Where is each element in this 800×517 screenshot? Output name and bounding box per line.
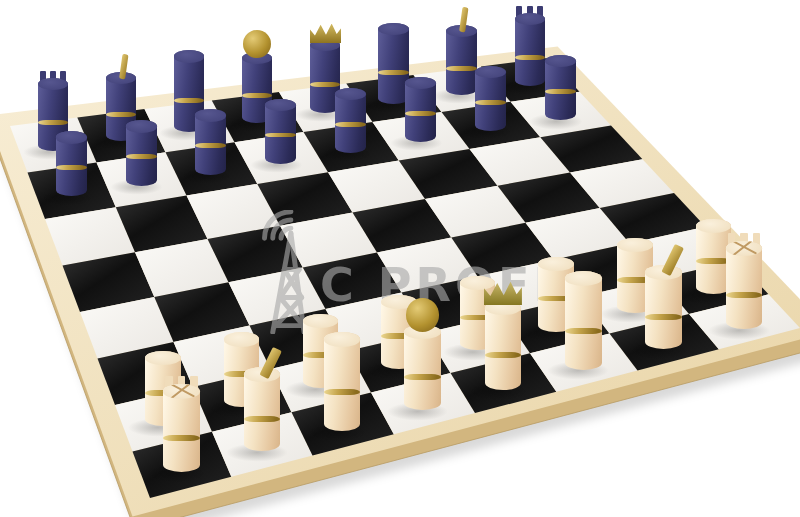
brass-ring	[106, 112, 136, 117]
piece-top	[565, 271, 602, 286]
brass-ring	[475, 100, 506, 105]
piece-navy-pawn-d7	[265, 99, 296, 164]
piece-navy-pawn-f7	[405, 77, 436, 142]
brass-ring	[244, 416, 281, 422]
brass-ring	[242, 93, 272, 98]
brass-ring	[126, 154, 157, 159]
brass-ring	[565, 328, 602, 334]
brass-ring	[310, 82, 340, 87]
piece-navy-pawn-a7	[56, 131, 87, 196]
piece-wood-queen-d1	[404, 325, 441, 411]
piece-navy-pawn-g7	[475, 66, 506, 131]
brass-ring	[405, 111, 436, 116]
brass-ring	[545, 89, 576, 94]
brass-ring	[56, 165, 87, 170]
pieces-layer	[0, 0, 800, 517]
piece-navy-pawn-b7	[126, 120, 157, 185]
piece-wood-knight-b1	[244, 367, 281, 451]
piece-top	[195, 109, 226, 121]
piece-wood-king-e1	[485, 301, 522, 390]
brass-ring	[485, 352, 522, 358]
piece-navy-pawn-h7	[545, 55, 576, 120]
piece-top	[126, 120, 157, 132]
brass-ring	[174, 98, 204, 103]
brass-ring	[265, 133, 296, 138]
piece-top	[335, 88, 366, 100]
piece-top	[405, 77, 436, 89]
brass-ring	[163, 435, 200, 441]
piece-wood-knight-g1	[645, 265, 682, 349]
piece-top	[174, 50, 204, 62]
piece-top	[265, 99, 296, 111]
piece-top	[38, 78, 68, 90]
brass-ring	[335, 122, 366, 127]
piece-navy-knight-g8	[446, 25, 476, 95]
chess-set-photo: C PROFI .cz	[0, 0, 800, 517]
piece-body	[324, 332, 361, 431]
piece-navy-pawn-c7	[195, 109, 226, 174]
piece-top	[56, 131, 87, 143]
piece-top	[726, 241, 763, 256]
brass-ring	[645, 314, 682, 320]
brass-ring	[38, 120, 68, 125]
queen-gold-sphere	[243, 30, 271, 58]
piece-navy-rook-h8	[515, 13, 545, 86]
piece-wood-rook-a1	[163, 384, 200, 472]
king-gold-crown	[310, 24, 342, 43]
brass-ring	[726, 292, 763, 298]
piece-top	[324, 332, 361, 347]
piece-top	[378, 23, 408, 35]
piece-wood-bishop-c1	[324, 332, 361, 431]
queen-gold-sphere	[406, 298, 440, 332]
piece-top	[224, 332, 260, 346]
brass-ring	[195, 143, 226, 148]
piece-navy-pawn-e7	[335, 88, 366, 153]
piece-top	[538, 257, 574, 271]
piece-top	[163, 384, 200, 399]
brass-ring	[404, 374, 441, 380]
piece-wood-rook-h1	[726, 241, 763, 329]
piece-top	[303, 314, 339, 328]
brass-ring	[446, 66, 476, 71]
piece-wood-bishop-f1	[565, 271, 602, 370]
brass-ring	[378, 70, 408, 75]
brass-ring	[515, 55, 545, 60]
piece-body	[565, 271, 602, 370]
brass-ring	[324, 389, 361, 395]
piece-top	[515, 13, 545, 25]
